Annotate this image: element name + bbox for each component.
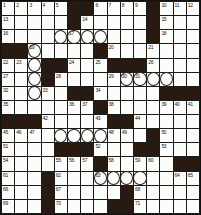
grid-cell[interactable]: 44: [134, 115, 146, 128]
grid-cell[interactable]: 31: [134, 73, 146, 86]
grid-cell[interactable]: 8: [121, 2, 133, 15]
grid-cell[interactable]: [187, 30, 199, 43]
clue-number: 60: [148, 157, 153, 163]
grid-cell[interactable]: 43: [94, 115, 106, 128]
grid-cell[interactable]: 4: [42, 2, 54, 15]
grid-cell[interactable]: [42, 101, 54, 114]
grid-cell[interactable]: [81, 186, 93, 199]
grid-cell[interactable]: [42, 143, 54, 156]
grid-cell[interactable]: 28: [55, 73, 67, 86]
grid-cell[interactable]: [174, 200, 186, 213]
clue-number: 11: [175, 2, 180, 8]
grid-cell[interactable]: [68, 186, 80, 199]
black-cell: [121, 200, 133, 213]
circle-marker: [94, 30, 107, 44]
grid-cell[interactable]: 64: [174, 172, 186, 185]
clue-number: 5: [56, 2, 58, 8]
black-cell: [2, 115, 14, 128]
grid-cell[interactable]: [134, 101, 146, 114]
grid-cell[interactable]: 62: [55, 172, 67, 185]
grid-cell[interactable]: 27: [2, 73, 14, 86]
clue-number: 25: [95, 59, 100, 65]
clue-number: 33: [43, 87, 48, 93]
grid-cell[interactable]: [94, 186, 106, 199]
grid-cell[interactable]: [15, 30, 27, 43]
circle-marker: [28, 58, 41, 72]
clue-number: 58: [109, 157, 114, 163]
grid-cell[interactable]: [134, 44, 146, 57]
grid-cell[interactable]: 49: [121, 129, 133, 142]
grid-cell[interactable]: [55, 16, 67, 29]
black-cell: [2, 44, 14, 57]
clue-number: 46: [16, 129, 21, 135]
grid-cell[interactable]: [174, 115, 186, 128]
grid-cell[interactable]: [147, 200, 159, 213]
grid-cell[interactable]: [81, 172, 93, 185]
grid-cell[interactable]: [160, 172, 172, 185]
clue-number: 40: [175, 101, 180, 107]
circle-marker: [67, 129, 80, 143]
grid-cell[interactable]: [174, 16, 186, 29]
grid-cell[interactable]: [121, 143, 133, 156]
black-cell: [187, 157, 199, 170]
clue-number: 17: [69, 30, 74, 36]
black-cell: [121, 115, 133, 128]
grid-cell[interactable]: 17: [68, 30, 80, 43]
clue-number: 14: [82, 16, 87, 22]
grid-cell[interactable]: [55, 87, 67, 100]
grid-cell[interactable]: [134, 87, 146, 100]
black-cell: [94, 157, 106, 170]
clue-number: 48: [109, 129, 114, 135]
grid-cell[interactable]: 51: [2, 143, 14, 156]
grid-cell[interactable]: [187, 186, 199, 199]
black-cell: [68, 87, 80, 100]
grid-cell[interactable]: [147, 172, 159, 185]
grid-cell[interactable]: [121, 44, 133, 57]
grid-cell[interactable]: 6: [94, 2, 106, 15]
grid-cell[interactable]: 16: [2, 30, 14, 43]
black-cell: [174, 87, 186, 100]
grid-cell[interactable]: [68, 129, 80, 142]
grid-cell[interactable]: [42, 16, 54, 29]
grid-cell[interactable]: [121, 101, 133, 114]
clue-number: 4: [43, 2, 45, 8]
black-cell: [68, 16, 80, 29]
grid-cell[interactable]: [121, 157, 133, 170]
grid-cell[interactable]: [121, 30, 133, 43]
clue-number: 30: [122, 73, 127, 79]
grid-cell[interactable]: 58: [108, 157, 120, 170]
circle-marker: [81, 129, 94, 143]
black-cell: [42, 186, 54, 199]
clue-number: 8: [122, 2, 124, 8]
grid-cell[interactable]: [28, 143, 40, 156]
grid-cell[interactable]: [174, 73, 186, 86]
grid-cell[interactable]: [28, 186, 40, 199]
grid-cell[interactable]: [187, 200, 199, 213]
clue-number: 49: [122, 129, 127, 135]
grid-cell[interactable]: [81, 129, 93, 142]
circle-marker: [133, 171, 146, 185]
clue-number: 42: [43, 115, 48, 121]
black-cell: [81, 2, 93, 15]
circle-marker: [120, 171, 133, 185]
clue-number: 59: [135, 157, 140, 163]
black-cell: [134, 59, 146, 72]
clue-number: 51: [3, 143, 8, 149]
grid-cell[interactable]: 45: [2, 129, 14, 142]
grid-cell[interactable]: 67: [55, 186, 67, 199]
grid-cell[interactable]: 1: [2, 2, 14, 15]
black-cell: [121, 186, 133, 199]
black-cell: [121, 59, 133, 72]
clue-number: 21: [148, 44, 153, 50]
grid-cell[interactable]: [68, 44, 80, 57]
clue-number: 22: [3, 59, 8, 65]
grid-cell[interactable]: [187, 73, 199, 86]
grid-cell[interactable]: 54: [2, 157, 14, 170]
grid-cell[interactable]: [187, 59, 199, 72]
black-cell: [15, 115, 27, 128]
clue-number: 26: [148, 59, 153, 65]
clue-number: 63: [95, 172, 100, 178]
grid-cell[interactable]: [134, 16, 146, 29]
grid-cell[interactable]: [68, 73, 80, 86]
grid-cell[interactable]: 18: [160, 30, 172, 43]
grid-cell[interactable]: [15, 143, 27, 156]
grid-cell[interactable]: [121, 172, 133, 185]
grid-cell[interactable]: [15, 101, 27, 114]
black-cell: [55, 59, 67, 72]
grid-cell[interactable]: [174, 143, 186, 156]
grid-cell[interactable]: [42, 44, 54, 57]
grid-cell[interactable]: 15: [160, 16, 172, 29]
clue-number: 10: [161, 2, 166, 8]
black-cell: [42, 59, 54, 72]
grid-cell[interactable]: [28, 200, 40, 213]
grid-cell[interactable]: 2: [15, 2, 27, 15]
grid-cell[interactable]: 40: [174, 101, 186, 114]
grid-cell[interactable]: 38: [108, 101, 120, 114]
grid-cell[interactable]: [94, 16, 106, 29]
grid-cell[interactable]: 55: [55, 157, 67, 170]
black-cell: [147, 143, 159, 156]
clue-number: 35: [3, 101, 8, 107]
black-cell: [15, 44, 27, 57]
grid-cell[interactable]: 11: [174, 2, 186, 15]
grid-cell[interactable]: [187, 44, 199, 57]
black-cell: [55, 143, 67, 156]
grid-cell[interactable]: 29: [108, 73, 120, 86]
clue-number: 20: [109, 44, 114, 50]
black-cell: [42, 172, 54, 185]
clue-number: 44: [135, 115, 140, 121]
grid-cell[interactable]: 10: [160, 2, 172, 15]
grid-cell[interactable]: [134, 129, 146, 142]
grid-cell[interactable]: [160, 73, 172, 86]
black-cell: [81, 87, 93, 100]
clue-number: 29: [109, 73, 114, 79]
clue-number: 68: [135, 186, 140, 192]
grid-cell[interactable]: [147, 186, 159, 199]
grid-cell[interactable]: 48: [108, 129, 120, 142]
grid-cell[interactable]: [187, 143, 199, 156]
clue-number: 55: [56, 157, 61, 163]
clue-number: 43: [95, 115, 100, 121]
clue-number: 56: [69, 157, 74, 163]
grid-cell[interactable]: [147, 101, 159, 114]
black-cell: [94, 101, 106, 114]
grid-cell[interactable]: 24: [68, 59, 80, 72]
grid-cell[interactable]: [160, 44, 172, 57]
grid-cell[interactable]: [15, 157, 27, 170]
grid-cell[interactable]: [160, 200, 172, 213]
grid-cell[interactable]: [94, 73, 106, 86]
clue-number: 54: [3, 157, 8, 163]
grid-cell[interactable]: [174, 186, 186, 199]
grid-cell[interactable]: 33: [42, 87, 54, 100]
black-cell: [160, 87, 172, 100]
clue-number: 9: [135, 2, 137, 8]
grid-cell[interactable]: [42, 30, 54, 43]
grid-cell[interactable]: [42, 157, 54, 170]
grid-cell[interactable]: [28, 16, 40, 29]
grid-cell[interactable]: 42: [42, 115, 54, 128]
clue-number: 50: [161, 129, 166, 135]
clue-number: 28: [56, 73, 61, 79]
grid-cell[interactable]: [15, 200, 27, 213]
grid-cell[interactable]: [174, 44, 186, 57]
clue-number: 39: [161, 101, 166, 107]
grid-cell[interactable]: 30: [121, 73, 133, 86]
grid-cell[interactable]: 69: [2, 200, 14, 213]
grid-cell[interactable]: [55, 115, 67, 128]
grid-cell[interactable]: [108, 172, 120, 185]
clue-number: 53: [161, 143, 166, 149]
clue-number: 24: [69, 59, 74, 65]
grid-cell[interactable]: [28, 172, 40, 185]
grid-cell[interactable]: 23: [15, 59, 27, 72]
grid-cell[interactable]: 21: [147, 44, 159, 57]
grid-cell[interactable]: [108, 87, 120, 100]
grid-cell[interactable]: [68, 200, 80, 213]
black-cell: [147, 129, 159, 142]
grid-cell[interactable]: [147, 73, 159, 86]
grid-cell[interactable]: [42, 129, 54, 142]
clue-number: 13: [3, 16, 8, 22]
grid-cell[interactable]: [187, 16, 199, 29]
black-cell: [108, 59, 120, 72]
grid-cell[interactable]: [108, 186, 120, 199]
clue-number: 12: [188, 2, 193, 8]
grid-cell[interactable]: 19: [28, 44, 40, 57]
grid-cell[interactable]: 39: [160, 101, 172, 114]
clue-number: 23: [16, 59, 21, 65]
grid-cell[interactable]: [15, 186, 27, 199]
black-cell: [94, 44, 106, 57]
grid-cell[interactable]: [121, 87, 133, 100]
clue-number: 45: [3, 129, 8, 135]
clue-number: 61: [3, 172, 8, 178]
grid-cell[interactable]: 35: [2, 101, 14, 114]
grid-cell[interactable]: 59: [134, 157, 146, 170]
grid-cell[interactable]: [108, 16, 120, 29]
grid-cell[interactable]: 46: [15, 129, 27, 142]
grid-cell[interactable]: [160, 115, 172, 128]
grid-cell[interactable]: 13: [2, 16, 14, 29]
grid-cell[interactable]: 12: [187, 2, 199, 15]
grid-cell[interactable]: 70: [55, 200, 67, 213]
black-cell: [147, 16, 159, 29]
grid-cell[interactable]: [108, 30, 120, 43]
grid-cell[interactable]: [55, 129, 67, 142]
grid-cell[interactable]: [121, 16, 133, 29]
grid-cell[interactable]: [160, 186, 172, 199]
clue-number: 16: [3, 30, 8, 36]
grid-cell[interactable]: [134, 172, 146, 185]
clue-number: 47: [29, 129, 34, 135]
black-cell: [28, 115, 40, 128]
grid-cell[interactable]: [28, 73, 40, 86]
grid-cell[interactable]: 34: [94, 87, 106, 100]
grid-cell[interactable]: [68, 115, 80, 128]
clue-number: 67: [56, 186, 61, 192]
clue-number: 38: [109, 101, 114, 107]
grid-cell[interactable]: [28, 59, 40, 72]
grid-cell[interactable]: 7: [108, 2, 120, 15]
grid-cell[interactable]: [134, 30, 146, 43]
grid-cell[interactable]: 32: [2, 87, 14, 100]
grid-cell[interactable]: [174, 129, 186, 142]
black-cell: [147, 30, 159, 43]
grid-cell[interactable]: [187, 129, 199, 142]
grid-cell[interactable]: [15, 87, 27, 100]
clue-number: 57: [82, 157, 87, 163]
grid-cell[interactable]: 56: [68, 157, 80, 170]
clue-number: 3: [29, 2, 31, 8]
grid-cell[interactable]: 25: [94, 59, 106, 72]
grid-cell[interactable]: 20: [108, 44, 120, 57]
grid-cell[interactable]: [147, 115, 159, 128]
grid-cell[interactable]: [108, 143, 120, 156]
crossword-grid: 1234567891011121314151617181920212223242…: [0, 0, 201, 215]
grid-cell[interactable]: 66: [2, 186, 14, 199]
grid-cell[interactable]: 26: [147, 59, 159, 72]
grid-cell[interactable]: 3: [28, 2, 40, 15]
black-cell: [108, 115, 120, 128]
grid-cell[interactable]: [81, 73, 93, 86]
grid-cell[interactable]: [15, 73, 27, 86]
clue-number: 18: [161, 30, 166, 36]
black-cell: [68, 143, 80, 156]
black-cell: [108, 200, 120, 213]
grid-cell[interactable]: [15, 16, 27, 29]
circle-marker: [160, 72, 173, 86]
grid-cell[interactable]: [28, 30, 40, 43]
circle-marker: [28, 86, 41, 100]
grid-cell[interactable]: [94, 200, 106, 213]
grid-cell[interactable]: [160, 59, 172, 72]
grid-cell[interactable]: [160, 157, 172, 170]
grid-cell[interactable]: [174, 59, 186, 72]
grid-cell[interactable]: [187, 115, 199, 128]
grid-cell[interactable]: [81, 30, 93, 43]
grid-cell[interactable]: 22: [2, 59, 14, 72]
grid-cell[interactable]: [81, 59, 93, 72]
black-cell: [42, 73, 54, 86]
grid-cell[interactable]: 57: [81, 157, 93, 170]
clue-number: 31: [135, 73, 140, 79]
black-cell: [81, 143, 93, 156]
grid-cell[interactable]: [28, 101, 40, 114]
grid-cell[interactable]: 68: [134, 186, 146, 199]
clue-number: 62: [56, 172, 61, 178]
grid-cell[interactable]: [94, 129, 106, 142]
grid-cell[interactable]: 52: [94, 143, 106, 156]
grid-cell[interactable]: 37: [81, 101, 93, 114]
grid-cell[interactable]: 47: [28, 129, 40, 142]
circle-marker: [94, 129, 107, 143]
grid-cell[interactable]: 63: [94, 172, 106, 185]
grid-cell[interactable]: 9: [134, 2, 146, 15]
clue-number: 37: [82, 101, 87, 107]
clue-number: 27: [3, 73, 8, 79]
black-cell: [174, 157, 186, 170]
grid-cell[interactable]: 65: [187, 172, 199, 185]
circle-marker: [81, 30, 94, 44]
grid-cell[interactable]: 41: [187, 101, 199, 114]
crossword-puzzle: 1234567891011121314151617181920212223242…: [0, 0, 201, 215]
grid-cell[interactable]: [94, 30, 106, 43]
grid-cell[interactable]: 61: [2, 172, 14, 185]
grid-cell[interactable]: 53: [160, 143, 172, 156]
grid-cell[interactable]: [81, 115, 93, 128]
grid-cell[interactable]: [55, 44, 67, 57]
grid-cell[interactable]: [15, 172, 27, 185]
black-cell: [68, 2, 80, 15]
clue-number: 1: [3, 2, 5, 8]
grid-cell[interactable]: [174, 30, 186, 43]
black-cell: [42, 200, 54, 213]
grid-cell[interactable]: [81, 44, 93, 57]
grid-cell[interactable]: 50: [160, 129, 172, 142]
grid-cell[interactable]: [28, 87, 40, 100]
grid-cell[interactable]: [147, 87, 159, 100]
grid-cell[interactable]: 14: [81, 16, 93, 29]
circle-marker: [28, 72, 41, 86]
clue-number: 70: [56, 200, 61, 206]
black-cell: [147, 2, 159, 15]
grid-cell[interactable]: [55, 101, 67, 114]
grid-cell[interactable]: 5: [55, 2, 67, 15]
clue-number: 2: [16, 2, 18, 8]
clue-number: 36: [69, 101, 74, 107]
grid-cell[interactable]: [55, 30, 67, 43]
black-cell: [134, 143, 146, 156]
grid-cell[interactable]: 60: [147, 157, 159, 170]
grid-cell[interactable]: [81, 200, 93, 213]
black-cell: [187, 87, 199, 100]
clue-number: 52: [95, 143, 100, 149]
grid-cell[interactable]: [68, 172, 80, 185]
grid-cell[interactable]: 71: [134, 200, 146, 213]
circle-marker: [54, 30, 67, 44]
circle-marker: [54, 129, 67, 143]
grid-cell[interactable]: [28, 157, 40, 170]
clue-number: 15: [161, 16, 166, 22]
grid-cell[interactable]: 36: [68, 101, 80, 114]
